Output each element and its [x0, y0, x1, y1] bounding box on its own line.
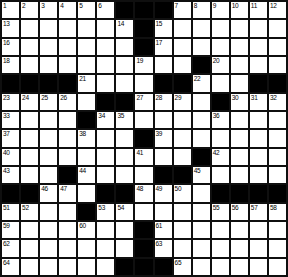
- black-cell-r15c8: [135, 259, 152, 275]
- clue-number-14: 14: [117, 20, 124, 27]
- clue-number-13: 13: [3, 20, 10, 27]
- white-cell-r8c14[interactable]: [250, 130, 267, 146]
- clue-number-2: 2: [22, 2, 25, 9]
- white-cell-r2c10[interactable]: [174, 20, 191, 36]
- white-cell-r4c1[interactable]: 18: [2, 57, 19, 73]
- black-cell-r6c7: [116, 94, 133, 110]
- white-cell-r13c4[interactable]: [59, 222, 76, 238]
- white-cell-r2c3[interactable]: [40, 20, 57, 36]
- clue-number-58: 58: [270, 204, 277, 211]
- white-cell-r8c4[interactable]: [59, 130, 76, 146]
- white-cell-r13c9[interactable]: 61: [155, 222, 172, 238]
- white-cell-r10c3[interactable]: [40, 167, 57, 183]
- white-cell-r5c6[interactable]: [97, 75, 114, 91]
- white-cell-r7c12[interactable]: 36: [212, 112, 229, 128]
- white-cell-r10c13[interactable]: [231, 167, 248, 183]
- white-cell-r7c6[interactable]: 34: [97, 112, 114, 128]
- white-cell-r14c5[interactable]: [78, 240, 95, 256]
- white-cell-r10c15[interactable]: [269, 167, 286, 183]
- white-cell-r1c3[interactable]: 3: [40, 2, 57, 18]
- white-cell-r14c4[interactable]: [59, 240, 76, 256]
- white-cell-r3c14[interactable]: [250, 39, 267, 55]
- white-cell-r4c14[interactable]: [250, 57, 267, 73]
- black-cell-r11c13: [231, 185, 248, 201]
- white-cell-r7c11[interactable]: [193, 112, 210, 128]
- white-cell-r6c2[interactable]: 24: [21, 94, 38, 110]
- white-cell-r10c2[interactable]: [21, 167, 38, 183]
- clue-number-29: 29: [175, 94, 182, 101]
- black-cell-r7c5: [78, 112, 95, 128]
- white-cell-r11c8[interactable]: 48: [135, 185, 152, 201]
- black-cell-r3c8: [135, 39, 152, 55]
- white-cell-r15c2[interactable]: [21, 259, 38, 275]
- clue-number-25: 25: [41, 94, 48, 101]
- clue-number-52: 52: [22, 204, 29, 211]
- clue-number-65: 65: [175, 259, 182, 266]
- clue-number-20: 20: [213, 57, 220, 64]
- white-cell-r10c5[interactable]: 44: [78, 167, 95, 183]
- black-cell-r5c9: [155, 75, 172, 91]
- clue-number-10: 10: [232, 2, 239, 9]
- white-cell-r3c2[interactable]: [21, 39, 38, 55]
- white-cell-r13c15[interactable]: [269, 222, 286, 238]
- black-cell-r5c14: [250, 75, 267, 91]
- white-cell-r12c10[interactable]: [174, 204, 191, 220]
- white-cell-r12c4[interactable]: [59, 204, 76, 220]
- white-cell-r9c8[interactable]: 41: [135, 149, 152, 165]
- clue-number-33: 33: [3, 112, 10, 119]
- white-cell-r15c10[interactable]: 65: [174, 259, 191, 275]
- white-cell-r8c15[interactable]: [269, 130, 286, 146]
- white-cell-r2c5[interactable]: [78, 20, 95, 36]
- white-cell-r14c2[interactable]: [21, 240, 38, 256]
- clue-number-17: 17: [156, 39, 163, 46]
- clue-number-8: 8: [194, 2, 197, 9]
- white-cell-r6c5[interactable]: [78, 94, 95, 110]
- white-cell-r5c5[interactable]: 21: [78, 75, 95, 91]
- clue-number-38: 38: [79, 130, 86, 137]
- white-cell-r3c6[interactable]: [97, 39, 114, 55]
- white-cell-r14c10[interactable]: [174, 240, 191, 256]
- white-cell-r14c14[interactable]: [250, 240, 267, 256]
- black-cell-r6c6: [97, 94, 114, 110]
- white-cell-r11c11[interactable]: [193, 185, 210, 201]
- white-cell-r9c3[interactable]: [40, 149, 57, 165]
- white-cell-r7c1[interactable]: 33: [2, 112, 19, 128]
- clue-number-36: 36: [213, 112, 220, 119]
- clue-number-43: 43: [3, 167, 10, 174]
- white-cell-r6c15[interactable]: 32: [269, 94, 286, 110]
- clue-number-44: 44: [79, 167, 86, 174]
- clue-number-39: 39: [156, 130, 163, 137]
- white-cell-r8c7[interactable]: [116, 130, 133, 146]
- clue-number-3: 3: [41, 2, 44, 9]
- white-cell-r3c10[interactable]: [174, 39, 191, 55]
- white-cell-r12c1[interactable]: 51: [2, 204, 19, 220]
- white-cell-r12c8[interactable]: [135, 204, 152, 220]
- white-cell-r7c3[interactable]: [40, 112, 57, 128]
- white-cell-r8c5[interactable]: 38: [78, 130, 95, 146]
- white-cell-r2c4[interactable]: [59, 20, 76, 36]
- white-cell-r6c14[interactable]: 31: [250, 94, 267, 110]
- white-cell-r13c6[interactable]: [97, 222, 114, 238]
- white-cell-r14c3[interactable]: [40, 240, 57, 256]
- black-cell-r8c8: [135, 130, 152, 146]
- white-cell-r6c8[interactable]: 27: [135, 94, 152, 110]
- white-cell-r4c8[interactable]: 19: [135, 57, 152, 73]
- white-cell-r12c11[interactable]: [193, 204, 210, 220]
- white-cell-r14c11[interactable]: [193, 240, 210, 256]
- black-cell-r15c7: [116, 259, 133, 275]
- white-cell-r2c11[interactable]: [193, 20, 210, 36]
- white-cell-r15c12[interactable]: [212, 259, 229, 275]
- white-cell-r13c12[interactable]: [212, 222, 229, 238]
- white-cell-r12c14[interactable]: 57: [250, 204, 267, 220]
- clue-number-54: 54: [117, 204, 124, 211]
- white-cell-r4c4[interactable]: [59, 57, 76, 73]
- white-cell-r7c7[interactable]: 35: [116, 112, 133, 128]
- white-cell-r10c8[interactable]: [135, 167, 152, 183]
- white-cell-r3c7[interactable]: [116, 39, 133, 55]
- white-cell-r12c6[interactable]: 53: [97, 204, 114, 220]
- white-cell-r11c3[interactable]: 46: [40, 185, 57, 201]
- white-cell-r10c7[interactable]: [116, 167, 133, 183]
- clue-number-26: 26: [60, 94, 67, 101]
- black-cell-r10c10: [174, 167, 191, 183]
- white-cell-r3c13[interactable]: [231, 39, 248, 55]
- white-cell-r5c13[interactable]: [231, 75, 248, 91]
- white-cell-r4c13[interactable]: [231, 57, 248, 73]
- clue-number-24: 24: [22, 94, 29, 101]
- white-cell-r13c10[interactable]: [174, 222, 191, 238]
- white-cell-r4c12[interactable]: 20: [212, 57, 229, 73]
- white-cell-r8c3[interactable]: [40, 130, 57, 146]
- white-cell-r9c13[interactable]: [231, 149, 248, 165]
- clue-number-23: 23: [3, 94, 10, 101]
- clue-number-57: 57: [251, 204, 258, 211]
- white-cell-r5c7[interactable]: [116, 75, 133, 91]
- white-cell-r7c15[interactable]: [269, 112, 286, 128]
- white-cell-r12c3[interactable]: [40, 204, 57, 220]
- white-cell-r2c9[interactable]: 15: [155, 20, 172, 36]
- white-cell-r15c5[interactable]: [78, 259, 95, 275]
- clue-number-62: 62: [3, 240, 10, 247]
- white-cell-r10c11[interactable]: 45: [193, 167, 210, 183]
- white-cell-r7c13[interactable]: [231, 112, 248, 128]
- white-cell-r4c9[interactable]: [155, 57, 172, 73]
- black-cell-r15c9: [155, 259, 172, 275]
- white-cell-r6c11[interactable]: [193, 94, 210, 110]
- white-cell-r14c12[interactable]: [212, 240, 229, 256]
- white-cell-r7c9[interactable]: [155, 112, 172, 128]
- white-cell-r15c13[interactable]: [231, 259, 248, 275]
- white-cell-r1c5[interactable]: 5: [78, 2, 95, 18]
- white-cell-r8c12[interactable]: [212, 130, 229, 146]
- white-cell-r9c6[interactable]: [97, 149, 114, 165]
- white-cell-r2c14[interactable]: [250, 20, 267, 36]
- white-cell-r8c9[interactable]: 39: [155, 130, 172, 146]
- white-cell-r14c15[interactable]: [269, 240, 286, 256]
- black-cell-r1c9: [155, 2, 172, 18]
- white-cell-r10c6[interactable]: [97, 167, 114, 183]
- white-cell-r14c9[interactable]: 63: [155, 240, 172, 256]
- clue-number-55: 55: [213, 204, 220, 211]
- clue-number-63: 63: [156, 240, 163, 247]
- white-cell-r4c3[interactable]: [40, 57, 57, 73]
- clue-number-61: 61: [156, 222, 163, 229]
- clue-number-7: 7: [175, 2, 178, 9]
- clue-number-31: 31: [251, 94, 258, 101]
- clue-number-59: 59: [3, 222, 10, 229]
- black-cell-r11c1: [2, 185, 19, 201]
- black-cell-r6c12: [212, 94, 229, 110]
- black-cell-r14c8: [135, 240, 152, 256]
- white-cell-r15c1[interactable]: 64: [2, 259, 19, 275]
- white-cell-r3c5[interactable]: [78, 39, 95, 55]
- white-cell-r12c9[interactable]: [155, 204, 172, 220]
- white-cell-r12c13[interactable]: 56: [231, 204, 248, 220]
- white-cell-r7c14[interactable]: [250, 112, 267, 128]
- black-cell-r11c6: [97, 185, 114, 201]
- white-cell-r6c1[interactable]: 23: [2, 94, 19, 110]
- white-cell-r11c4[interactable]: 47: [59, 185, 76, 201]
- white-cell-r13c2[interactable]: [21, 222, 38, 238]
- black-cell-r5c3: [40, 75, 57, 91]
- clue-number-27: 27: [136, 94, 143, 101]
- clue-number-47: 47: [60, 185, 67, 192]
- clue-number-11: 11: [251, 2, 257, 9]
- white-cell-r1c13[interactable]: 10: [231, 2, 248, 18]
- black-cell-r12c5: [78, 204, 95, 220]
- white-cell-r4c10[interactable]: [174, 57, 191, 73]
- clue-number-16: 16: [3, 39, 10, 46]
- crossword-page: 1234567891011121314151617181920212223242…: [0, 0, 288, 277]
- black-cell-r9c11: [193, 149, 210, 165]
- white-cell-r8c1[interactable]: 37: [2, 130, 19, 146]
- black-cell-r1c7: [116, 2, 133, 18]
- white-cell-r12c15[interactable]: 58: [269, 204, 286, 220]
- white-cell-r1c4[interactable]: 4: [59, 2, 76, 18]
- clue-number-32: 32: [270, 94, 277, 101]
- white-cell-r6c10[interactable]: 29: [174, 94, 191, 110]
- white-cell-r15c15[interactable]: [269, 259, 286, 275]
- white-cell-r2c1[interactable]: 13: [2, 20, 19, 36]
- clue-number-41: 41: [136, 149, 143, 156]
- white-cell-r9c15[interactable]: [269, 149, 286, 165]
- white-cell-r3c12[interactable]: [212, 39, 229, 55]
- white-cell-r13c3[interactable]: [40, 222, 57, 238]
- white-cell-r12c7[interactable]: 54: [116, 204, 133, 220]
- white-cell-r7c4[interactable]: [59, 112, 76, 128]
- white-cell-r3c11[interactable]: [193, 39, 210, 55]
- white-cell-r15c6[interactable]: [97, 259, 114, 275]
- white-cell-r14c1[interactable]: 62: [2, 240, 19, 256]
- white-cell-r4c2[interactable]: [21, 57, 38, 73]
- black-cell-r2c8: [135, 20, 152, 36]
- black-cell-r10c9: [155, 167, 172, 183]
- white-cell-r8c2[interactable]: [21, 130, 38, 146]
- clue-number-6: 6: [98, 2, 101, 9]
- white-cell-r2c15[interactable]: [269, 20, 286, 36]
- white-cell-r7c10[interactable]: [174, 112, 191, 128]
- white-cell-r1c12[interactable]: 9: [212, 2, 229, 18]
- white-cell-r9c4[interactable]: [59, 149, 76, 165]
- clue-number-18: 18: [3, 57, 10, 64]
- white-cell-r4c7[interactable]: [116, 57, 133, 73]
- clue-number-19: 19: [136, 57, 143, 64]
- white-cell-r9c2[interactable]: [21, 149, 38, 165]
- black-cell-r5c4: [59, 75, 76, 91]
- clue-number-50: 50: [175, 185, 182, 192]
- black-cell-r11c12: [212, 185, 229, 201]
- clue-number-1: 1: [3, 2, 6, 9]
- clue-number-40: 40: [3, 149, 10, 156]
- white-cell-r5c8[interactable]: [135, 75, 152, 91]
- clue-number-22: 22: [194, 75, 201, 82]
- white-cell-r6c4[interactable]: 26: [59, 94, 76, 110]
- white-cell-r11c5[interactable]: [78, 185, 95, 201]
- white-cell-r12c2[interactable]: 52: [21, 204, 38, 220]
- clue-number-53: 53: [98, 204, 105, 211]
- white-cell-r13c13[interactable]: [231, 222, 248, 238]
- black-cell-r1c8: [135, 2, 152, 18]
- clue-number-4: 4: [60, 2, 63, 9]
- white-cell-r15c14[interactable]: [250, 259, 267, 275]
- clue-number-45: 45: [194, 167, 201, 174]
- white-cell-r1c1[interactable]: 1: [2, 2, 19, 18]
- clue-number-56: 56: [232, 204, 239, 211]
- black-cell-r5c2: [21, 75, 38, 91]
- white-cell-r9c1[interactable]: 40: [2, 149, 19, 165]
- white-cell-r1c15[interactable]: 12: [269, 2, 286, 18]
- white-cell-r13c11[interactable]: [193, 222, 210, 238]
- white-cell-r4c15[interactable]: [269, 57, 286, 73]
- clue-number-5: 5: [79, 2, 82, 9]
- white-cell-r7c2[interactable]: [21, 112, 38, 128]
- white-cell-r5c12[interactable]: [212, 75, 229, 91]
- white-cell-r8c11[interactable]: [193, 130, 210, 146]
- white-cell-r9c14[interactable]: [250, 149, 267, 165]
- white-cell-r9c9[interactable]: [155, 149, 172, 165]
- clue-number-51: 51: [3, 204, 10, 211]
- white-cell-r6c13[interactable]: 30: [231, 94, 248, 110]
- white-cell-r9c5[interactable]: [78, 149, 95, 165]
- white-cell-r10c12[interactable]: [212, 167, 229, 183]
- black-cell-r13c8: [135, 222, 152, 238]
- clue-number-9: 9: [213, 2, 216, 9]
- white-cell-r3c3[interactable]: [40, 39, 57, 55]
- black-cell-r11c14: [250, 185, 267, 201]
- white-cell-r15c4[interactable]: [59, 259, 76, 275]
- white-cell-r13c14[interactable]: [250, 222, 267, 238]
- white-cell-r13c1[interactable]: 59: [2, 222, 19, 238]
- black-cell-r4c11: [193, 57, 210, 73]
- white-cell-r6c3[interactable]: 25: [40, 94, 57, 110]
- white-cell-r15c3[interactable]: [40, 259, 57, 275]
- white-cell-r3c15[interactable]: [269, 39, 286, 55]
- clue-number-34: 34: [98, 112, 105, 119]
- white-cell-r12c12[interactable]: 55: [212, 204, 229, 220]
- white-cell-r11c10[interactable]: 50: [174, 185, 191, 201]
- white-cell-r14c13[interactable]: [231, 240, 248, 256]
- white-cell-r2c13[interactable]: [231, 20, 248, 36]
- crossword-board: 1234567891011121314151617181920212223242…: [0, 0, 288, 277]
- white-cell-r10c14[interactable]: [250, 167, 267, 183]
- white-cell-r1c10[interactable]: 7: [174, 2, 191, 18]
- clue-number-12: 12: [270, 2, 277, 9]
- white-cell-r1c6[interactable]: 6: [97, 2, 114, 18]
- white-cell-r3c4[interactable]: [59, 39, 76, 55]
- white-cell-r14c7[interactable]: [116, 240, 133, 256]
- black-cell-r5c15: [269, 75, 286, 91]
- white-cell-r2c2[interactable]: [21, 20, 38, 36]
- clue-number-30: 30: [232, 94, 239, 101]
- black-cell-r5c1: [2, 75, 19, 91]
- white-cell-r15c11[interactable]: [193, 259, 210, 275]
- clue-number-49: 49: [156, 185, 163, 192]
- clue-number-42: 42: [213, 149, 220, 156]
- clue-number-46: 46: [41, 185, 48, 192]
- white-cell-r9c7[interactable]: [116, 149, 133, 165]
- white-cell-r8c10[interactable]: [174, 130, 191, 146]
- white-cell-r3c1[interactable]: 16: [2, 39, 19, 55]
- black-cell-r5c10: [174, 75, 191, 91]
- black-cell-r11c7: [116, 185, 133, 201]
- white-cell-r8c13[interactable]: [231, 130, 248, 146]
- black-cell-r11c2: [21, 185, 38, 201]
- white-cell-r1c14[interactable]: 11: [250, 2, 267, 18]
- clue-number-60: 60: [79, 222, 86, 229]
- white-cell-r5c11[interactable]: 22: [193, 75, 210, 91]
- white-cell-r4c5[interactable]: [78, 57, 95, 73]
- clue-number-35: 35: [117, 112, 124, 119]
- clue-number-28: 28: [156, 94, 163, 101]
- white-cell-r9c12[interactable]: 42: [212, 149, 229, 165]
- white-cell-r6c9[interactable]: 28: [155, 94, 172, 110]
- white-cell-r10c1[interactable]: 43: [2, 167, 19, 183]
- white-cell-r8c6[interactable]: [97, 130, 114, 146]
- white-cell-r11c9[interactable]: 49: [155, 185, 172, 201]
- clue-number-37: 37: [3, 130, 10, 137]
- white-cell-r14c6[interactable]: [97, 240, 114, 256]
- white-cell-r2c12[interactable]: [212, 20, 229, 36]
- clue-number-48: 48: [136, 185, 143, 192]
- clue-number-15: 15: [156, 20, 163, 27]
- clue-number-21: 21: [79, 75, 86, 82]
- black-cell-r11c15: [269, 185, 286, 201]
- clue-number-64: 64: [3, 259, 10, 266]
- white-cell-r7c8[interactable]: [135, 112, 152, 128]
- white-cell-r2c6[interactable]: [97, 20, 114, 36]
- white-cell-r9c10[interactable]: [174, 149, 191, 165]
- white-cell-r2c7[interactable]: 14: [116, 20, 133, 36]
- white-cell-r4c6[interactable]: [97, 57, 114, 73]
- black-cell-r10c4: [59, 167, 76, 183]
- white-cell-r1c11[interactable]: 8: [193, 2, 210, 18]
- white-cell-r1c2[interactable]: 2: [21, 2, 38, 18]
- white-cell-r13c5[interactable]: 60: [78, 222, 95, 238]
- white-cell-r3c9[interactable]: 17: [155, 39, 172, 55]
- white-cell-r13c7[interactable]: [116, 222, 133, 238]
